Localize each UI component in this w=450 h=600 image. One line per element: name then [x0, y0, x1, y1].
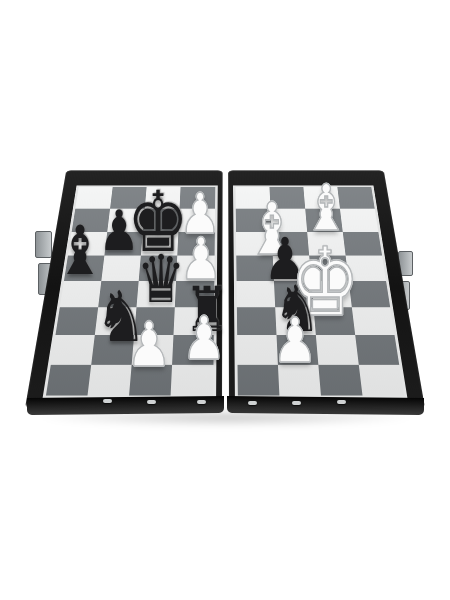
frame-screw-2	[147, 400, 156, 404]
square-a2	[51, 335, 95, 364]
square-h1	[359, 364, 404, 395]
square-g1	[318, 364, 362, 395]
square-h2	[355, 335, 399, 364]
square-a3	[55, 307, 98, 335]
product-photo-chess-set: ♟♝♟♚♝♝♟♟♛♚♞♜♞♟♟♟	[0, 0, 450, 600]
square-g2	[316, 335, 359, 364]
frame-screw-1	[103, 399, 112, 403]
frame-screw-6	[337, 400, 346, 404]
white-pawn-d2: ♟	[182, 308, 226, 368]
latch-clasp-left-top	[35, 231, 52, 258]
black-bishop-a5: ♝	[55, 217, 105, 285]
square-e3	[236, 307, 276, 335]
frame-screw-3	[197, 400, 206, 404]
frame-screw-4	[248, 401, 257, 405]
frame-screw-5	[292, 401, 301, 405]
square-a1	[46, 364, 91, 395]
white-pawn-f2: ♟	[272, 310, 318, 372]
white-pawn-c2: ♟	[126, 314, 172, 376]
ground-shadow	[40, 411, 412, 427]
